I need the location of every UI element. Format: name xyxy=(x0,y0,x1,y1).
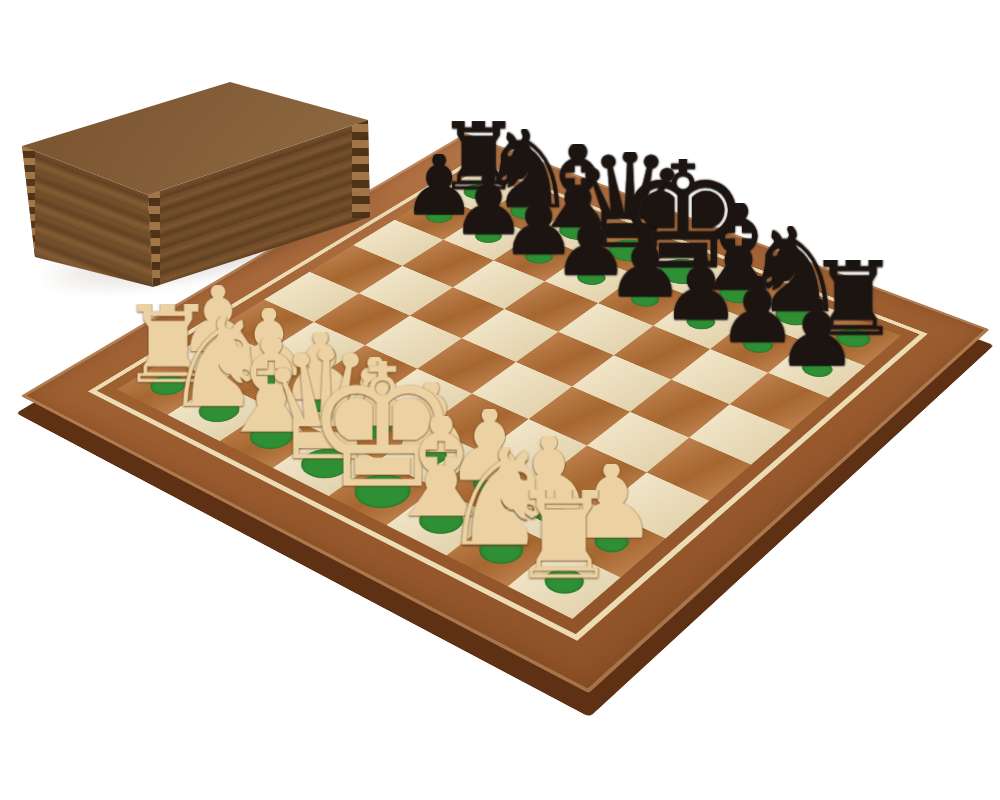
product-photo: ♜♞♝♛♚♝♞♜♟♟♟♟♟♟♟♟♟♟♟♟♟♟♟♟♜♞♝♛♚♝♞♜ xyxy=(0,0,1000,800)
box-finger-joints-left-edge xyxy=(20,144,35,258)
box-finger-joints-right-edge xyxy=(352,116,370,218)
storage-box xyxy=(0,0,1000,800)
box-lid-top xyxy=(0,0,1000,800)
